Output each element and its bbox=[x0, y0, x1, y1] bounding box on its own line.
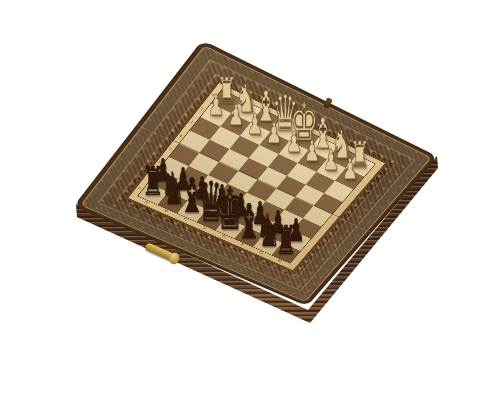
carved-chess-box: ABCDEFGH12345678 bbox=[138, 90, 375, 263]
product-photo-stage: ABCDEFGH12345678 ♜♞♝♛♚♝♞♜♟♟♟♟♟♟♟♟♟♟♟♟♟♟♟… bbox=[0, 0, 500, 400]
